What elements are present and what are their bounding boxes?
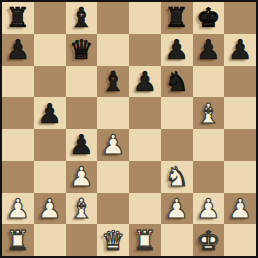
chess-board: ♜♝♜♚♟♛♟♟♟♝♟♞♟♝♟♟♟♞♟♟♝♟♟♟♜♛♜♚ (2, 2, 256, 256)
square-e5[interactable] (129, 97, 161, 129)
piece-white-pawn: ♟ (69, 163, 93, 190)
square-g3[interactable] (193, 161, 225, 193)
square-d8[interactable] (97, 2, 129, 34)
square-g6[interactable] (193, 66, 225, 98)
piece-white-pawn: ♟ (6, 195, 30, 222)
piece-white-pawn: ♟ (228, 195, 252, 222)
square-b2[interactable]: ♟ (34, 193, 66, 225)
square-a4[interactable] (2, 129, 34, 161)
piece-black-pawn: ♟ (38, 100, 62, 127)
piece-black-rook: ♜ (6, 4, 30, 31)
chess-board-frame: ♜♝♜♚♟♛♟♟♟♝♟♞♟♝♟♟♟♞♟♟♝♟♟♟♜♛♜♚ (0, 0, 258, 258)
piece-black-bishop: ♝ (101, 68, 125, 95)
square-g8[interactable]: ♚ (193, 2, 225, 34)
square-b4[interactable] (34, 129, 66, 161)
square-c6[interactable] (66, 66, 98, 98)
square-f4[interactable] (161, 129, 193, 161)
square-a7[interactable]: ♟ (2, 34, 34, 66)
square-g1[interactable]: ♚ (193, 224, 225, 256)
piece-black-pawn: ♟ (133, 68, 157, 95)
square-g7[interactable]: ♟ (193, 34, 225, 66)
piece-white-queen: ♛ (101, 227, 125, 254)
square-f8[interactable]: ♜ (161, 2, 193, 34)
square-h3[interactable] (224, 161, 256, 193)
square-h1[interactable] (224, 224, 256, 256)
square-h5[interactable] (224, 97, 256, 129)
piece-black-pawn: ♟ (196, 36, 220, 63)
square-h6[interactable] (224, 66, 256, 98)
piece-black-rook: ♜ (165, 4, 189, 31)
square-h2[interactable]: ♟ (224, 193, 256, 225)
square-e1[interactable]: ♜ (129, 224, 161, 256)
square-b1[interactable] (34, 224, 66, 256)
square-h7[interactable]: ♟ (224, 34, 256, 66)
square-e6[interactable]: ♟ (129, 66, 161, 98)
piece-black-king: ♚ (196, 4, 220, 31)
piece-black-knight: ♞ (165, 68, 189, 95)
square-e2[interactable] (129, 193, 161, 225)
square-b7[interactable] (34, 34, 66, 66)
square-d5[interactable] (97, 97, 129, 129)
piece-white-rook: ♜ (133, 227, 157, 254)
square-c7[interactable]: ♛ (66, 34, 98, 66)
square-d2[interactable] (97, 193, 129, 225)
square-e3[interactable] (129, 161, 161, 193)
square-c5[interactable] (66, 97, 98, 129)
piece-white-rook: ♜ (6, 227, 30, 254)
square-d3[interactable] (97, 161, 129, 193)
piece-white-bishop: ♝ (69, 195, 93, 222)
square-h8[interactable] (224, 2, 256, 34)
piece-black-pawn: ♟ (228, 36, 252, 63)
square-h4[interactable] (224, 129, 256, 161)
square-c2[interactable]: ♝ (66, 193, 98, 225)
square-c8[interactable]: ♝ (66, 2, 98, 34)
square-f6[interactable]: ♞ (161, 66, 193, 98)
square-c3[interactable]: ♟ (66, 161, 98, 193)
square-e7[interactable] (129, 34, 161, 66)
square-a5[interactable] (2, 97, 34, 129)
piece-white-pawn: ♟ (38, 195, 62, 222)
square-a1[interactable]: ♜ (2, 224, 34, 256)
piece-black-pawn: ♟ (6, 36, 30, 63)
square-f7[interactable]: ♟ (161, 34, 193, 66)
square-f2[interactable]: ♟ (161, 193, 193, 225)
square-c1[interactable] (66, 224, 98, 256)
piece-black-pawn: ♟ (165, 36, 189, 63)
piece-white-king: ♚ (196, 227, 220, 254)
square-a8[interactable]: ♜ (2, 2, 34, 34)
square-f1[interactable] (161, 224, 193, 256)
square-g4[interactable] (193, 129, 225, 161)
square-f5[interactable] (161, 97, 193, 129)
piece-white-pawn: ♟ (165, 195, 189, 222)
piece-black-bishop: ♝ (69, 4, 93, 31)
square-e4[interactable] (129, 129, 161, 161)
piece-white-pawn: ♟ (101, 131, 125, 158)
square-e8[interactable] (129, 2, 161, 34)
square-a3[interactable] (2, 161, 34, 193)
square-c4[interactable]: ♟ (66, 129, 98, 161)
square-b8[interactable] (34, 2, 66, 34)
square-d6[interactable]: ♝ (97, 66, 129, 98)
square-a6[interactable] (2, 66, 34, 98)
square-b5[interactable]: ♟ (34, 97, 66, 129)
piece-white-knight: ♞ (165, 163, 189, 190)
square-g2[interactable]: ♟ (193, 193, 225, 225)
piece-black-queen: ♛ (69, 36, 93, 63)
square-d7[interactable] (97, 34, 129, 66)
square-g5[interactable]: ♝ (193, 97, 225, 129)
piece-white-pawn: ♟ (196, 195, 220, 222)
square-b3[interactable] (34, 161, 66, 193)
square-a2[interactable]: ♟ (2, 193, 34, 225)
piece-white-bishop: ♝ (196, 100, 220, 127)
piece-black-pawn: ♟ (69, 131, 93, 158)
square-d1[interactable]: ♛ (97, 224, 129, 256)
square-b6[interactable] (34, 66, 66, 98)
square-d4[interactable]: ♟ (97, 129, 129, 161)
square-f3[interactable]: ♞ (161, 161, 193, 193)
